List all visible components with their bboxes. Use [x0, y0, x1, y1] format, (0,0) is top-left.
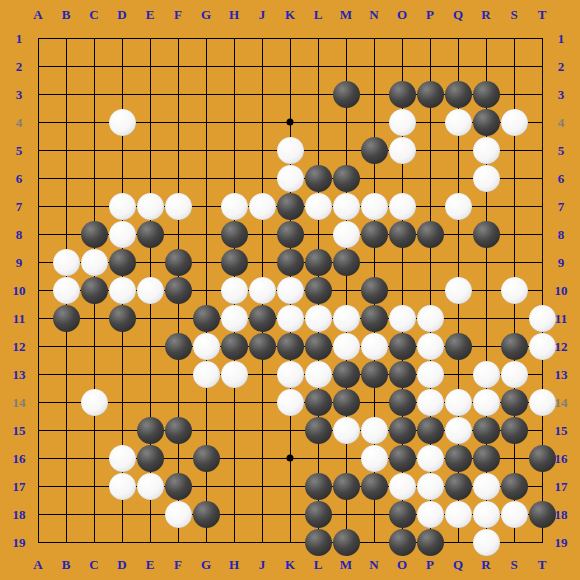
intersection-G2[interactable] — [192, 52, 220, 80]
intersection-P9[interactable] — [416, 248, 444, 276]
intersection-S2[interactable] — [500, 52, 528, 80]
intersection-N18[interactable] — [360, 500, 388, 528]
column-label-bottom-O: O — [397, 558, 407, 571]
stone-black-M9 — [333, 249, 360, 276]
stone-white-O7 — [389, 193, 416, 220]
column-label-bottom-A: A — [33, 558, 42, 571]
intersection-G8[interactable] — [192, 220, 220, 248]
intersection-A3[interactable] — [24, 80, 52, 108]
intersection-L14 — [304, 388, 332, 416]
stone-white-P11 — [417, 305, 444, 332]
intersection-B3[interactable] — [52, 80, 80, 108]
intersection-T6[interactable] — [528, 164, 556, 192]
intersection-F18 — [164, 500, 192, 528]
intersection-F11[interactable] — [164, 304, 192, 332]
intersection-S6[interactable] — [500, 164, 528, 192]
intersection-T1[interactable] — [528, 24, 556, 52]
stone-black-N8 — [361, 221, 388, 248]
intersection-R10[interactable] — [472, 276, 500, 304]
intersection-N4[interactable] — [360, 108, 388, 136]
intersection-N19[interactable] — [360, 528, 388, 556]
intersection-F8[interactable] — [164, 220, 192, 248]
stone-black-M3 — [333, 81, 360, 108]
intersection-A7[interactable] — [24, 192, 52, 220]
intersection-E9[interactable] — [136, 248, 164, 276]
stone-black-L18 — [305, 501, 332, 528]
intersection-D5[interactable] — [108, 136, 136, 164]
intersection-D15[interactable] — [108, 416, 136, 444]
intersection-P10[interactable] — [416, 276, 444, 304]
intersection-G4[interactable] — [192, 108, 220, 136]
intersection-N6[interactable] — [360, 164, 388, 192]
intersection-E11[interactable] — [136, 304, 164, 332]
intersection-G15[interactable] — [192, 416, 220, 444]
intersection-C16[interactable] — [80, 444, 108, 472]
intersection-Q4 — [444, 108, 472, 136]
intersection-Q9[interactable] — [444, 248, 472, 276]
intersection-S9[interactable] — [500, 248, 528, 276]
intersection-C1[interactable] — [80, 24, 108, 52]
intersection-G14[interactable] — [192, 388, 220, 416]
intersection-A6[interactable] — [24, 164, 52, 192]
intersection-K7 — [276, 192, 304, 220]
intersection-G10[interactable] — [192, 276, 220, 304]
intersection-G12 — [192, 332, 220, 360]
intersection-L19 — [304, 528, 332, 556]
column-label-top-P: P — [426, 8, 434, 21]
intersection-B4[interactable] — [52, 108, 80, 136]
intersection-E1[interactable] — [136, 24, 164, 52]
intersection-N1[interactable] — [360, 24, 388, 52]
intersection-A11[interactable] — [24, 304, 52, 332]
intersection-S16[interactable] — [500, 444, 528, 472]
stone-white-S4 — [501, 109, 528, 136]
stone-black-E16 — [137, 445, 164, 472]
intersection-G19[interactable] — [192, 528, 220, 556]
intersection-A2[interactable] — [24, 52, 52, 80]
intersection-D2[interactable] — [108, 52, 136, 80]
intersection-S8[interactable] — [500, 220, 528, 248]
intersection-E2[interactable] — [136, 52, 164, 80]
intersection-B6[interactable] — [52, 164, 80, 192]
intersection-C13[interactable] — [80, 360, 108, 388]
stone-black-L19 — [305, 529, 332, 556]
intersection-A10[interactable] — [24, 276, 52, 304]
intersection-B8[interactable] — [52, 220, 80, 248]
column-label-bottom-F: F — [174, 558, 182, 571]
intersection-J16[interactable] — [248, 444, 276, 472]
intersection-H5[interactable] — [220, 136, 248, 164]
intersection-D14[interactable] — [108, 388, 136, 416]
intersection-E12[interactable] — [136, 332, 164, 360]
row-label-left-8: 8 — [16, 228, 23, 241]
intersection-A8[interactable] — [24, 220, 52, 248]
stone-black-J12 — [249, 333, 276, 360]
intersection-B19[interactable] — [52, 528, 80, 556]
intersection-N9[interactable] — [360, 248, 388, 276]
intersection-O13 — [388, 360, 416, 388]
intersection-O1[interactable] — [388, 24, 416, 52]
intersection-J5[interactable] — [248, 136, 276, 164]
intersection-K15[interactable] — [276, 416, 304, 444]
intersection-S3[interactable] — [500, 80, 528, 108]
row-label-left-12: 12 — [13, 340, 26, 353]
intersection-Q19[interactable] — [444, 528, 472, 556]
stone-white-D17 — [109, 473, 136, 500]
intersection-H15[interactable] — [220, 416, 248, 444]
intersection-T10[interactable] — [528, 276, 556, 304]
intersection-J18[interactable] — [248, 500, 276, 528]
intersection-E6[interactable] — [136, 164, 164, 192]
intersection-B2[interactable] — [52, 52, 80, 80]
intersection-A4[interactable] — [24, 108, 52, 136]
stone-white-C14 — [81, 389, 108, 416]
intersection-J13[interactable] — [248, 360, 276, 388]
intersection-C3[interactable] — [80, 80, 108, 108]
intersection-N14[interactable] — [360, 388, 388, 416]
intersection-C11[interactable] — [80, 304, 108, 332]
intersection-A17[interactable] — [24, 472, 52, 500]
stone-white-B10 — [53, 277, 80, 304]
intersection-L1[interactable] — [304, 24, 332, 52]
intersection-F13[interactable] — [164, 360, 192, 388]
intersection-G1[interactable] — [192, 24, 220, 52]
intersection-G7[interactable] — [192, 192, 220, 220]
intersection-R1[interactable] — [472, 24, 500, 52]
intersection-H16[interactable] — [220, 444, 248, 472]
intersection-R2[interactable] — [472, 52, 500, 80]
row-label-right-2: 2 — [558, 60, 565, 73]
intersection-K3[interactable] — [276, 80, 304, 108]
intersection-B15[interactable] — [52, 416, 80, 444]
intersection-P2[interactable] — [416, 52, 444, 80]
intersection-O2[interactable] — [388, 52, 416, 80]
intersection-J8[interactable] — [248, 220, 276, 248]
intersection-Q2[interactable] — [444, 52, 472, 80]
intersection-T13[interactable] — [528, 360, 556, 388]
intersection-T15[interactable] — [528, 416, 556, 444]
intersection-P5[interactable] — [416, 136, 444, 164]
stone-white-E10 — [137, 277, 164, 304]
intersection-F19[interactable] — [164, 528, 192, 556]
intersection-J4[interactable] — [248, 108, 276, 136]
stone-black-S12 — [501, 333, 528, 360]
intersection-B13[interactable] — [52, 360, 80, 388]
intersection-E18[interactable] — [136, 500, 164, 528]
intersection-E13[interactable] — [136, 360, 164, 388]
intersection-T4[interactable] — [528, 108, 556, 136]
intersection-T2[interactable] — [528, 52, 556, 80]
stone-black-Q17 — [445, 473, 472, 500]
intersection-Q1[interactable] — [444, 24, 472, 52]
intersection-S14 — [500, 388, 528, 416]
intersection-H19[interactable] — [220, 528, 248, 556]
stone-black-L6 — [305, 165, 332, 192]
intersection-J6[interactable] — [248, 164, 276, 192]
intersection-G3[interactable] — [192, 80, 220, 108]
intersection-B17[interactable] — [52, 472, 80, 500]
intersection-L4[interactable] — [304, 108, 332, 136]
intersection-K17[interactable] — [276, 472, 304, 500]
column-label-bottom-B: B — [62, 558, 71, 571]
intersection-A14[interactable] — [24, 388, 52, 416]
intersection-M5[interactable] — [332, 136, 360, 164]
intersection-T19[interactable] — [528, 528, 556, 556]
intersection-C12[interactable] — [80, 332, 108, 360]
stone-white-Q15 — [445, 417, 472, 444]
column-label-bottom-N: N — [369, 558, 378, 571]
stone-white-T14 — [529, 389, 556, 416]
intersection-N17 — [360, 472, 388, 500]
intersection-O14 — [388, 388, 416, 416]
intersection-H18[interactable] — [220, 500, 248, 528]
intersection-O8 — [388, 220, 416, 248]
intersection-J9[interactable] — [248, 248, 276, 276]
intersection-M4[interactable] — [332, 108, 360, 136]
stone-white-M7 — [333, 193, 360, 220]
intersection-F3[interactable] — [164, 80, 192, 108]
intersection-L16[interactable] — [304, 444, 332, 472]
intersection-S13 — [500, 360, 528, 388]
intersection-O6[interactable] — [388, 164, 416, 192]
intersection-F1[interactable] — [164, 24, 192, 52]
intersection-M10[interactable] — [332, 276, 360, 304]
intersection-H3[interactable] — [220, 80, 248, 108]
intersection-C6[interactable] — [80, 164, 108, 192]
stone-white-S13 — [501, 361, 528, 388]
intersection-R12[interactable] — [472, 332, 500, 360]
intersection-R11[interactable] — [472, 304, 500, 332]
intersection-E3[interactable] — [136, 80, 164, 108]
intersection-O9[interactable] — [388, 248, 416, 276]
intersection-R9[interactable] — [472, 248, 500, 276]
intersection-M1[interactable] — [332, 24, 360, 52]
intersection-B16[interactable] — [52, 444, 80, 472]
intersection-A1[interactable] — [24, 24, 52, 52]
intersection-Q12 — [444, 332, 472, 360]
intersection-S19[interactable] — [500, 528, 528, 556]
intersection-Q5[interactable] — [444, 136, 472, 164]
stone-black-O16 — [389, 445, 416, 472]
intersection-Q8[interactable] — [444, 220, 472, 248]
intersection-A12[interactable] — [24, 332, 52, 360]
intersection-P14 — [416, 388, 444, 416]
intersection-T3[interactable] — [528, 80, 556, 108]
intersection-D19[interactable] — [108, 528, 136, 556]
intersection-A18[interactable] — [24, 500, 52, 528]
column-label-bottom-L: L — [314, 558, 323, 571]
column-label-bottom-T: T — [538, 558, 547, 571]
intersection-O7 — [388, 192, 416, 220]
intersection-B14[interactable] — [52, 388, 80, 416]
intersection-F9 — [164, 248, 192, 276]
intersection-L8[interactable] — [304, 220, 332, 248]
intersection-N15 — [360, 416, 388, 444]
intersection-B18[interactable] — [52, 500, 80, 528]
intersection-J15[interactable] — [248, 416, 276, 444]
intersection-D3[interactable] — [108, 80, 136, 108]
intersection-N3[interactable] — [360, 80, 388, 108]
intersection-P1[interactable] — [416, 24, 444, 52]
intersection-B1[interactable] — [52, 24, 80, 52]
intersection-S15 — [500, 416, 528, 444]
intersection-K2[interactable] — [276, 52, 304, 80]
column-label-top-O: O — [397, 8, 407, 21]
intersection-A9[interactable] — [24, 248, 52, 276]
intersection-N2[interactable] — [360, 52, 388, 80]
stone-white-O17 — [389, 473, 416, 500]
intersection-T7[interactable] — [528, 192, 556, 220]
intersection-A15[interactable] — [24, 416, 52, 444]
intersection-J1[interactable] — [248, 24, 276, 52]
intersection-F14[interactable] — [164, 388, 192, 416]
intersection-G6[interactable] — [192, 164, 220, 192]
row-label-right-19: 19 — [555, 536, 568, 549]
intersection-H6[interactable] — [220, 164, 248, 192]
intersection-P7[interactable] — [416, 192, 444, 220]
intersection-D12[interactable] — [108, 332, 136, 360]
stone-black-O3 — [389, 81, 416, 108]
intersection-H1[interactable] — [220, 24, 248, 52]
intersection-O4 — [388, 108, 416, 136]
intersection-B5[interactable] — [52, 136, 80, 164]
intersection-P17 — [416, 472, 444, 500]
intersection-J19[interactable] — [248, 528, 276, 556]
intersection-C15[interactable] — [80, 416, 108, 444]
intersection-T5[interactable] — [528, 136, 556, 164]
intersection-G5[interactable] — [192, 136, 220, 164]
intersection-P19 — [416, 528, 444, 556]
intersection-B12[interactable] — [52, 332, 80, 360]
intersection-F2[interactable] — [164, 52, 192, 80]
intersection-O10[interactable] — [388, 276, 416, 304]
intersection-C19[interactable] — [80, 528, 108, 556]
board-cells[interactable] — [24, 24, 556, 556]
go-board[interactable]: AABBCCDDEEFFGGHHJJKKLLMMNNOOPPQQRRSSTT11… — [0, 0, 580, 580]
intersection-L10 — [304, 276, 332, 304]
intersection-H2[interactable] — [220, 52, 248, 80]
row-label-left-15: 15 — [13, 424, 26, 437]
intersection-A19[interactable] — [24, 528, 52, 556]
intersection-A13[interactable] — [24, 360, 52, 388]
stone-black-R16 — [473, 445, 500, 472]
intersection-A16[interactable] — [24, 444, 52, 472]
intersection-K4[interactable] — [276, 108, 304, 136]
intersection-D18[interactable] — [108, 500, 136, 528]
intersection-M2[interactable] — [332, 52, 360, 80]
intersection-T8[interactable] — [528, 220, 556, 248]
intersection-P16 — [416, 444, 444, 472]
stone-black-F17 — [165, 473, 192, 500]
stone-black-C8 — [81, 221, 108, 248]
intersection-S5[interactable] — [500, 136, 528, 164]
intersection-J3[interactable] — [248, 80, 276, 108]
intersection-Q13[interactable] — [444, 360, 472, 388]
intersection-K5 — [276, 136, 304, 164]
intersection-K1[interactable] — [276, 24, 304, 52]
column-label-bottom-P: P — [426, 558, 434, 571]
intersection-R7[interactable] — [472, 192, 500, 220]
stone-black-K12 — [277, 333, 304, 360]
intersection-T17[interactable] — [528, 472, 556, 500]
intersection-M15 — [332, 416, 360, 444]
intersection-P6[interactable] — [416, 164, 444, 192]
intersection-C17[interactable] — [80, 472, 108, 500]
intersection-P4[interactable] — [416, 108, 444, 136]
column-label-bottom-S: S — [510, 558, 517, 571]
intersection-D8 — [108, 220, 136, 248]
intersection-C2[interactable] — [80, 52, 108, 80]
intersection-Q11[interactable] — [444, 304, 472, 332]
stone-white-Q10 — [445, 277, 472, 304]
intersection-G17[interactable] — [192, 472, 220, 500]
intersection-D6[interactable] — [108, 164, 136, 192]
intersection-M16[interactable] — [332, 444, 360, 472]
intersection-F6[interactable] — [164, 164, 192, 192]
intersection-C5[interactable] — [80, 136, 108, 164]
intersection-S1[interactable] — [500, 24, 528, 52]
intersection-F5[interactable] — [164, 136, 192, 164]
stone-black-M19 — [333, 529, 360, 556]
intersection-L2[interactable] — [304, 52, 332, 80]
intersection-E5[interactable] — [136, 136, 164, 164]
intersection-N7 — [360, 192, 388, 220]
intersection-J2[interactable] — [248, 52, 276, 80]
intersection-H4[interactable] — [220, 108, 248, 136]
intersection-H14[interactable] — [220, 388, 248, 416]
intersection-L3[interactable] — [304, 80, 332, 108]
intersection-C4[interactable] — [80, 108, 108, 136]
intersection-L15 — [304, 416, 332, 444]
intersection-K16[interactable] — [276, 444, 304, 472]
intersection-T9[interactable] — [528, 248, 556, 276]
intersection-S7[interactable] — [500, 192, 528, 220]
intersection-L5[interactable] — [304, 136, 332, 164]
intersection-D1[interactable] — [108, 24, 136, 52]
intersection-H17[interactable] — [220, 472, 248, 500]
intersection-K19[interactable] — [276, 528, 304, 556]
intersection-C7[interactable] — [80, 192, 108, 220]
intersection-B7[interactable] — [52, 192, 80, 220]
intersection-M18[interactable] — [332, 500, 360, 528]
stone-white-K10 — [277, 277, 304, 304]
intersection-R18 — [472, 500, 500, 528]
stone-white-P16 — [417, 445, 444, 472]
intersection-D13[interactable] — [108, 360, 136, 388]
row-label-left-14: 14 — [13, 396, 26, 409]
intersection-A5[interactable] — [24, 136, 52, 164]
intersection-S17 — [500, 472, 528, 500]
column-label-top-K: K — [285, 8, 295, 21]
intersection-C18[interactable] — [80, 500, 108, 528]
intersection-K18[interactable] — [276, 500, 304, 528]
intersection-G9[interactable] — [192, 248, 220, 276]
intersection-C10 — [80, 276, 108, 304]
intersection-E4[interactable] — [136, 108, 164, 136]
intersection-J14[interactable] — [248, 388, 276, 416]
stone-black-S14 — [501, 389, 528, 416]
intersection-E19[interactable] — [136, 528, 164, 556]
intersection-F4[interactable] — [164, 108, 192, 136]
stone-black-R4 — [473, 109, 500, 136]
intersection-R14 — [472, 388, 500, 416]
intersection-E14[interactable] — [136, 388, 164, 416]
intersection-O18 — [388, 500, 416, 528]
intersection-S11[interactable] — [500, 304, 528, 332]
intersection-Q6[interactable] — [444, 164, 472, 192]
intersection-J17[interactable] — [248, 472, 276, 500]
intersection-F16[interactable] — [164, 444, 192, 472]
